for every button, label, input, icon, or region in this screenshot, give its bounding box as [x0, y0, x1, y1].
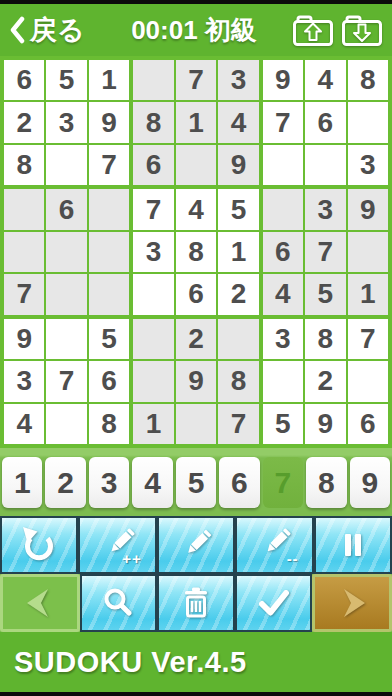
zoom-button[interactable]: [80, 574, 158, 632]
cell-r3c5[interactable]: [176, 145, 216, 185]
block-3: 948763: [263, 60, 388, 185]
cell-r7c6[interactable]: [218, 319, 258, 359]
cell-r4c1[interactable]: [4, 189, 44, 229]
key-8[interactable]: 8: [306, 457, 346, 508]
cell-r7c5[interactable]: 2: [176, 319, 216, 359]
cell-r8c7[interactable]: [263, 361, 303, 401]
cell-r8c5[interactable]: 9: [176, 361, 216, 401]
cell-r3c1[interactable]: 8: [4, 145, 44, 185]
cell-r3c6[interactable]: 9: [218, 145, 258, 185]
pencil-plus-badge: ++: [122, 550, 142, 567]
cell-r5c7[interactable]: 6: [263, 232, 303, 272]
next-button[interactable]: [312, 574, 392, 632]
key-6[interactable]: 6: [219, 457, 259, 508]
number-keypad: 123456789: [0, 448, 392, 516]
key-9[interactable]: 9: [350, 457, 390, 508]
cell-r4c4[interactable]: 7: [133, 189, 173, 229]
cell-r6c9[interactable]: 1: [348, 274, 388, 314]
cell-r8c3[interactable]: 6: [89, 361, 129, 401]
arrow-right-icon: [332, 583, 372, 623]
cell-r8c6[interactable]: 8: [218, 361, 258, 401]
cell-r8c4[interactable]: [133, 361, 173, 401]
key-3[interactable]: 3: [89, 457, 129, 508]
cell-r1c1[interactable]: 6: [4, 60, 44, 100]
block-5: 74538162: [133, 189, 258, 314]
block-8: 29817: [133, 319, 258, 444]
pause-icon: [333, 525, 373, 565]
trash-icon: [176, 583, 216, 623]
cell-r9c8[interactable]: 9: [305, 404, 345, 444]
cell-r3c8[interactable]: [305, 145, 345, 185]
header-bar: 戻る 00:01 初級: [0, 4, 392, 56]
cell-r2c9[interactable]: [348, 102, 388, 142]
arrow-left-icon: [20, 583, 60, 623]
cell-r2c3[interactable]: 9: [89, 102, 129, 142]
cell-r1c2[interactable]: 5: [46, 60, 86, 100]
cell-r3c2[interactable]: [46, 145, 86, 185]
cell-r4c5[interactable]: 4: [176, 189, 216, 229]
cell-r5c2[interactable]: [46, 232, 86, 272]
cell-r1c4[interactable]: [133, 60, 173, 100]
cell-r9c6[interactable]: 7: [218, 404, 258, 444]
cell-r5c4[interactable]: 3: [133, 232, 173, 272]
check-button[interactable]: [235, 574, 313, 632]
undo-icon: [19, 525, 59, 565]
cell-r3c3[interactable]: 7: [89, 145, 129, 185]
cell-r5c5[interactable]: 8: [176, 232, 216, 272]
cell-r6c7[interactable]: 4: [263, 274, 303, 314]
sudoku-app: 戻る 00:01 初級 651239877381469: [0, 0, 392, 696]
cell-r9c5[interactable]: [176, 404, 216, 444]
toolbar-row-1: ++ --: [0, 516, 392, 574]
check-icon: [254, 583, 294, 623]
cell-r7c1[interactable]: 9: [4, 319, 44, 359]
save-button[interactable]: [293, 15, 333, 46]
level-text: 初級: [205, 15, 257, 45]
back-button[interactable]: 戻る: [10, 12, 85, 48]
cell-r4c3[interactable]: [89, 189, 129, 229]
toolbar-row-2: [0, 574, 392, 632]
cell-r8c2[interactable]: 7: [46, 361, 86, 401]
cell-r8c8[interactable]: 2: [305, 361, 345, 401]
cell-r1c9[interactable]: 8: [348, 60, 388, 100]
cell-r9c4[interactable]: 1: [133, 404, 173, 444]
cell-r3c9[interactable]: 3: [348, 145, 388, 185]
cell-r7c7[interactable]: 3: [263, 319, 303, 359]
cell-r2c1[interactable]: 2: [4, 102, 44, 142]
cell-r1c6[interactable]: 3: [218, 60, 258, 100]
pencil-add-button[interactable]: ++: [78, 516, 156, 574]
cell-r1c3[interactable]: 1: [89, 60, 129, 100]
cell-r5c1[interactable]: [4, 232, 44, 272]
cell-r2c5[interactable]: 1: [176, 102, 216, 142]
cell-r2c8[interactable]: 6: [305, 102, 345, 142]
cell-r9c2[interactable]: [46, 404, 86, 444]
cell-r6c6[interactable]: 2: [218, 274, 258, 314]
timer-text: 00:01: [131, 15, 198, 45]
cell-r4c7[interactable]: [263, 189, 303, 229]
cell-r7c4[interactable]: [133, 319, 173, 359]
cell-r4c2[interactable]: 6: [46, 189, 86, 229]
cell-r8c9[interactable]: [348, 361, 388, 401]
block-4: 67: [4, 189, 129, 314]
cell-r6c4[interactable]: [133, 274, 173, 314]
cell-r9c7[interactable]: 5: [263, 404, 303, 444]
back-label: 戻る: [30, 12, 85, 48]
cell-r9c3[interactable]: 8: [89, 404, 129, 444]
cell-r2c4[interactable]: 8: [133, 102, 173, 142]
cell-r2c6[interactable]: 4: [218, 102, 258, 142]
folder-up-icon: [293, 15, 333, 46]
cell-r6c1[interactable]: 7: [4, 274, 44, 314]
delete-button[interactable]: [157, 574, 235, 632]
cell-r2c2[interactable]: 3: [46, 102, 86, 142]
key-1[interactable]: 1: [2, 457, 42, 508]
cell-r7c9[interactable]: 7: [348, 319, 388, 359]
cell-r7c2[interactable]: [46, 319, 86, 359]
cell-r1c8[interactable]: 4: [305, 60, 345, 100]
block-1: 65123987: [4, 60, 129, 185]
cell-r7c3[interactable]: 5: [89, 319, 129, 359]
cell-r6c2[interactable]: [46, 274, 86, 314]
cell-r6c5[interactable]: 6: [176, 274, 216, 314]
cell-r5c6[interactable]: 1: [218, 232, 258, 272]
sudoku-grid: 6512398773814699487636774538162396745195…: [0, 56, 392, 448]
cell-r1c7[interactable]: 9: [263, 60, 303, 100]
cell-r7c8[interactable]: 8: [305, 319, 345, 359]
cell-r4c9[interactable]: 9: [348, 189, 388, 229]
app-title: SUDOKU Ver.4.5: [14, 646, 247, 679]
pen-button[interactable]: [157, 516, 235, 574]
cell-r2c7[interactable]: 7: [263, 102, 303, 142]
cell-r1c5[interactable]: 7: [176, 60, 216, 100]
block-7: 9537648: [4, 319, 129, 444]
cell-r4c8[interactable]: 3: [305, 189, 345, 229]
block-9: 3872596: [263, 319, 388, 444]
pencil-icon: [175, 524, 217, 566]
key-4[interactable]: 4: [132, 457, 172, 508]
cell-r9c9[interactable]: 6: [348, 404, 388, 444]
cell-r6c8[interactable]: 5: [305, 274, 345, 314]
pencil-minus-badge: --: [287, 550, 299, 567]
key-7[interactable]: 7: [263, 457, 303, 508]
pause-button[interactable]: [314, 516, 392, 574]
prev-button[interactable]: [0, 574, 80, 632]
load-button[interactable]: [342, 15, 382, 46]
magnifier-icon: [98, 583, 138, 623]
key-2[interactable]: 2: [45, 457, 85, 508]
cell-r3c7[interactable]: [263, 145, 303, 185]
cell-r5c9[interactable]: [348, 232, 388, 272]
undo-button[interactable]: [0, 516, 78, 574]
block-2: 7381469: [133, 60, 258, 185]
timer-and-level: 00:01 初級: [92, 13, 296, 48]
block-6: 3967451: [263, 189, 388, 314]
cell-r5c8[interactable]: 7: [305, 232, 345, 272]
cell-r8c1[interactable]: 3: [4, 361, 44, 401]
cell-r4c6[interactable]: 5: [218, 189, 258, 229]
cell-r6c3[interactable]: [89, 274, 129, 314]
key-5[interactable]: 5: [176, 457, 216, 508]
cell-r3c4[interactable]: 6: [133, 145, 173, 185]
cell-r9c1[interactable]: 4: [4, 404, 44, 444]
footer-bar: SUDOKU Ver.4.5: [0, 632, 392, 696]
folder-down-icon: [342, 15, 382, 46]
chevron-left-icon: [10, 16, 25, 44]
cell-r5c3[interactable]: [89, 232, 129, 272]
pencil-remove-button[interactable]: --: [235, 516, 313, 574]
